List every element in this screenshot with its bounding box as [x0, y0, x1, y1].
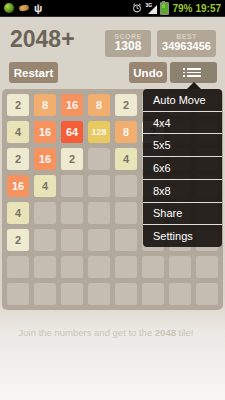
- menu-item-8x8[interactable]: 8x8: [143, 179, 222, 202]
- menu-item-settings[interactable]: Settings: [143, 224, 222, 247]
- menu-item-5x5[interactable]: 5x5: [143, 133, 222, 156]
- best-box: BEST 34963456: [157, 30, 216, 57]
- undo-button[interactable]: Undo: [129, 62, 167, 83]
- grid-cell-empty: [61, 256, 83, 278]
- grid-cell-empty: [34, 283, 56, 305]
- grid-cell-empty: [196, 256, 218, 278]
- tile-8: 8: [88, 94, 110, 116]
- grid-cell-empty: [88, 148, 110, 170]
- app-screen: ψ 3G 79% 19:57 2048+ SCORE 1308 BEST 349…: [0, 0, 225, 400]
- menu-item-4x4[interactable]: 4x4: [143, 111, 222, 134]
- tile-4: 4: [115, 148, 137, 170]
- grid-cell-empty: [142, 283, 164, 305]
- grid-cell-empty: [61, 229, 83, 251]
- tile-16: 16: [61, 94, 83, 116]
- footer-hint: Join the numbers and get to the 2048 til…: [8, 316, 193, 349]
- grid-cell-empty: [88, 256, 110, 278]
- restart-button[interactable]: Restart: [9, 62, 58, 83]
- grid-cell-empty: [7, 283, 29, 305]
- grid-cell-empty: [61, 283, 83, 305]
- grid-cell-empty: [169, 283, 191, 305]
- tile-16: 16: [34, 148, 56, 170]
- tile-16: 16: [34, 121, 56, 143]
- grid-cell-empty: [88, 229, 110, 251]
- battery-percent: 79%: [172, 3, 192, 14]
- menu-item-auto-move[interactable]: Auto Move: [143, 89, 222, 111]
- tile-8: 8: [115, 121, 137, 143]
- tile-4: 4: [7, 202, 29, 224]
- footer-hint-suffix: tile!: [176, 327, 193, 338]
- tile-16: 16: [7, 175, 29, 197]
- grid-cell-empty: [115, 175, 137, 197]
- grid-cell-empty: [88, 283, 110, 305]
- status-bar: ψ 3G 79% 19:57: [0, 0, 225, 17]
- tile-4: 4: [34, 175, 56, 197]
- grid-cell-empty: [34, 229, 56, 251]
- grid-cell-empty: [196, 283, 218, 305]
- tile-2: 2: [7, 229, 29, 251]
- footer-hint-prefix: Join the numbers and get to the: [19, 327, 155, 338]
- signal-3g-icon: 3G: [145, 3, 157, 14]
- battery-charging-icon: [160, 2, 169, 15]
- list-menu-icon: [187, 66, 201, 79]
- grid-cell-empty: [34, 202, 56, 224]
- menu-item-share[interactable]: Share: [143, 202, 222, 225]
- notification-orange-icon: [18, 4, 29, 12]
- grid-cell-empty: [169, 256, 191, 278]
- clock-time: 19:57: [195, 3, 221, 14]
- notification-green-icon: [4, 3, 14, 13]
- alarm-clock-icon: [132, 3, 142, 13]
- page-title: 2048+: [10, 26, 75, 53]
- grid-cell-empty: [115, 229, 137, 251]
- grid-cell-empty: [115, 256, 137, 278]
- tile-2: 2: [7, 148, 29, 170]
- menu-button[interactable]: [170, 62, 217, 83]
- grid-cell-empty: [142, 256, 164, 278]
- grid-cell-empty: [34, 256, 56, 278]
- grid-cell-empty: [61, 202, 83, 224]
- best-value: 34963456: [159, 40, 214, 53]
- best-label: BEST: [159, 33, 214, 40]
- tile-2: 2: [61, 148, 83, 170]
- dropdown-menu: Auto Move4x45x56x68x8ShareSettings: [143, 89, 222, 247]
- grid-cell-empty: [61, 175, 83, 197]
- score-box: SCORE 1308: [105, 30, 151, 57]
- usb-icon: ψ: [34, 3, 42, 14]
- menu-item-6x6[interactable]: 6x6: [143, 156, 222, 179]
- tile-8: 8: [34, 94, 56, 116]
- score-value: 1308: [107, 40, 149, 53]
- grid-cell-empty: [7, 256, 29, 278]
- tile-2: 2: [7, 94, 29, 116]
- grid-cell-empty: [115, 283, 137, 305]
- grid-cell-empty: [88, 175, 110, 197]
- footer-hint-goal: 2048: [155, 327, 176, 338]
- tile-128: 128: [88, 121, 110, 143]
- grid-cell-empty: [115, 202, 137, 224]
- status-bar-notifications: ψ: [4, 3, 42, 14]
- tile-2: 2: [115, 94, 137, 116]
- tile-64: 64: [61, 121, 83, 143]
- status-bar-indicators: 3G 79% 19:57: [132, 2, 221, 15]
- tile-4: 4: [7, 121, 29, 143]
- grid-cell-empty: [88, 202, 110, 224]
